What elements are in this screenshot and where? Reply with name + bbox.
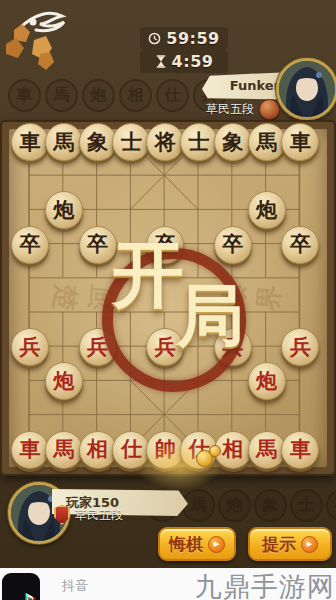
piece-label: 馬 <box>256 439 277 460</box>
piece-label: 馬 <box>53 439 74 460</box>
piece-label: 卒 <box>20 234 41 255</box>
piece-label: 卒 <box>222 234 243 255</box>
piece-black-象[interactable]: 象 <box>79 123 117 161</box>
opponent-avatar[interactable] <box>276 58 336 120</box>
piece-label: 相 <box>87 439 108 460</box>
piece-label: 炮 <box>53 371 74 392</box>
play-arrow-icon: ▶ <box>301 536 318 553</box>
hint-button[interactable]: 提示 ▶ <box>248 527 332 561</box>
piece-label: 炮 <box>256 200 277 221</box>
piece-black-卒[interactable]: 卒 <box>281 226 319 264</box>
piece-label: 炮 <box>53 200 74 221</box>
piece-label: 卒 <box>87 234 108 255</box>
opening-overlay-char-2: 局 <box>176 282 244 350</box>
piece-red-兵[interactable]: 兵 <box>281 328 319 366</box>
coin-sparkle-icon <box>209 445 221 457</box>
opponent-rank: 草民五段 <box>206 99 280 120</box>
piece-label: 将 <box>155 132 176 153</box>
app-name-label: 抖音 <box>62 577 88 595</box>
piece-label: 兵 <box>290 337 311 358</box>
undo-button-label: 悔棋 <box>169 533 203 556</box>
xiangqi-board[interactable]: 楚河漢界 車馬象士将士象馬車炮炮卒卒卒卒卒兵兵兵兵兵炮炮車馬相仕帥仕相馬車 开 … <box>0 120 336 476</box>
opponent-captured-tray: 車馬炮相仕兵 <box>8 79 226 112</box>
captured-piece-slot: 士 <box>290 489 323 522</box>
piece-label: 士 <box>121 132 142 153</box>
douyin-logo[interactable]: ♪♪♪ <box>2 573 40 600</box>
piece-red-車[interactable]: 車 <box>11 431 49 469</box>
opponent-rank-medal-icon <box>259 99 280 120</box>
piece-label: 車 <box>290 439 311 460</box>
undo-move-button[interactable]: 悔棋 ▶ <box>158 527 236 561</box>
captured-piece-slot: 馬 <box>182 489 215 522</box>
total-timer: 59:59 <box>140 27 228 50</box>
piece-black-卒[interactable]: 卒 <box>11 226 49 264</box>
opening-overlay-char-1: 开 <box>112 238 184 310</box>
piece-black-車[interactable]: 車 <box>11 123 49 161</box>
piece-black-馬[interactable]: 馬 <box>45 123 83 161</box>
opponent-portrait <box>279 61 335 117</box>
piece-red-馬[interactable]: 馬 <box>248 431 286 469</box>
hint-button-label: 提示 <box>262 533 296 556</box>
piece-label: 卒 <box>290 234 311 255</box>
piece-label: 炮 <box>256 371 277 392</box>
piece-label: 士 <box>189 132 210 153</box>
piece-label: 相 <box>222 439 243 460</box>
player-rank-label: 草民五段 <box>75 507 123 524</box>
site-watermark: 九鼎手游网 <box>195 569 335 600</box>
captured-piece-slot: 象 <box>254 489 287 522</box>
play-arrow-icon: ▶ <box>208 536 225 553</box>
captured-piece-slot: 車 <box>8 79 41 112</box>
piece-red-炮[interactable]: 炮 <box>248 362 286 400</box>
piece-red-車[interactable]: 車 <box>281 431 319 469</box>
piece-label: 兵 <box>20 337 41 358</box>
piece-black-車[interactable]: 車 <box>281 123 319 161</box>
piece-label: 車 <box>290 132 311 153</box>
piece-label: 馬 <box>256 132 277 153</box>
piece-black-士[interactable]: 士 <box>112 123 150 161</box>
piece-red-相[interactable]: 相 <box>79 431 117 469</box>
captured-piece-slot: 仕 <box>156 79 189 112</box>
piece-label: 車 <box>20 439 41 460</box>
piece-black-卒[interactable]: 卒 <box>214 226 252 264</box>
xiangqi-game-screen: { "game": "xiangqi", "position": "rnbaka… <box>0 0 336 600</box>
autumn-leaves-decoration <box>0 0 84 72</box>
piece-label: 車 <box>20 132 41 153</box>
piece-red-馬[interactable]: 馬 <box>45 431 83 469</box>
piece-black-炮[interactable]: 炮 <box>45 191 83 229</box>
piece-label: 象 <box>87 132 108 153</box>
hourglass-icon <box>155 55 167 68</box>
piece-black-将[interactable]: 将 <box>146 123 184 161</box>
piece-black-炮[interactable]: 炮 <box>248 191 286 229</box>
round-timer-value: 4:59 <box>172 52 214 71</box>
captured-piece-slot: 卒 <box>326 489 336 522</box>
piece-black-卒[interactable]: 卒 <box>79 226 117 264</box>
total-timer-value: 59:59 <box>166 29 219 48</box>
piece-black-士[interactable]: 士 <box>180 123 218 161</box>
opponent-name: Funker <box>230 78 280 93</box>
player-rank: 草民五段 <box>54 505 123 525</box>
piece-black-象[interactable]: 象 <box>214 123 252 161</box>
round-timer: 4:59 <box>140 50 228 73</box>
piece-label: 馬 <box>53 132 74 153</box>
captured-piece-slot: 馬 <box>45 79 78 112</box>
piece-red-兵[interactable]: 兵 <box>11 328 49 366</box>
piece-label: 象 <box>222 132 243 153</box>
piece-black-馬[interactable]: 馬 <box>248 123 286 161</box>
piece-red-炮[interactable]: 炮 <box>45 362 83 400</box>
captured-piece-slot: 炮 <box>82 79 115 112</box>
captured-piece-slot: 炮 <box>218 489 251 522</box>
captured-piece-slot: 相 <box>119 79 152 112</box>
player-rank-shield-icon <box>54 505 70 525</box>
clock-icon <box>148 32 161 45</box>
footer-bar: ♪♪♪ 抖音 九鼎手游网 <box>0 568 336 600</box>
opponent-rank-label: 草民五段 <box>206 101 254 118</box>
